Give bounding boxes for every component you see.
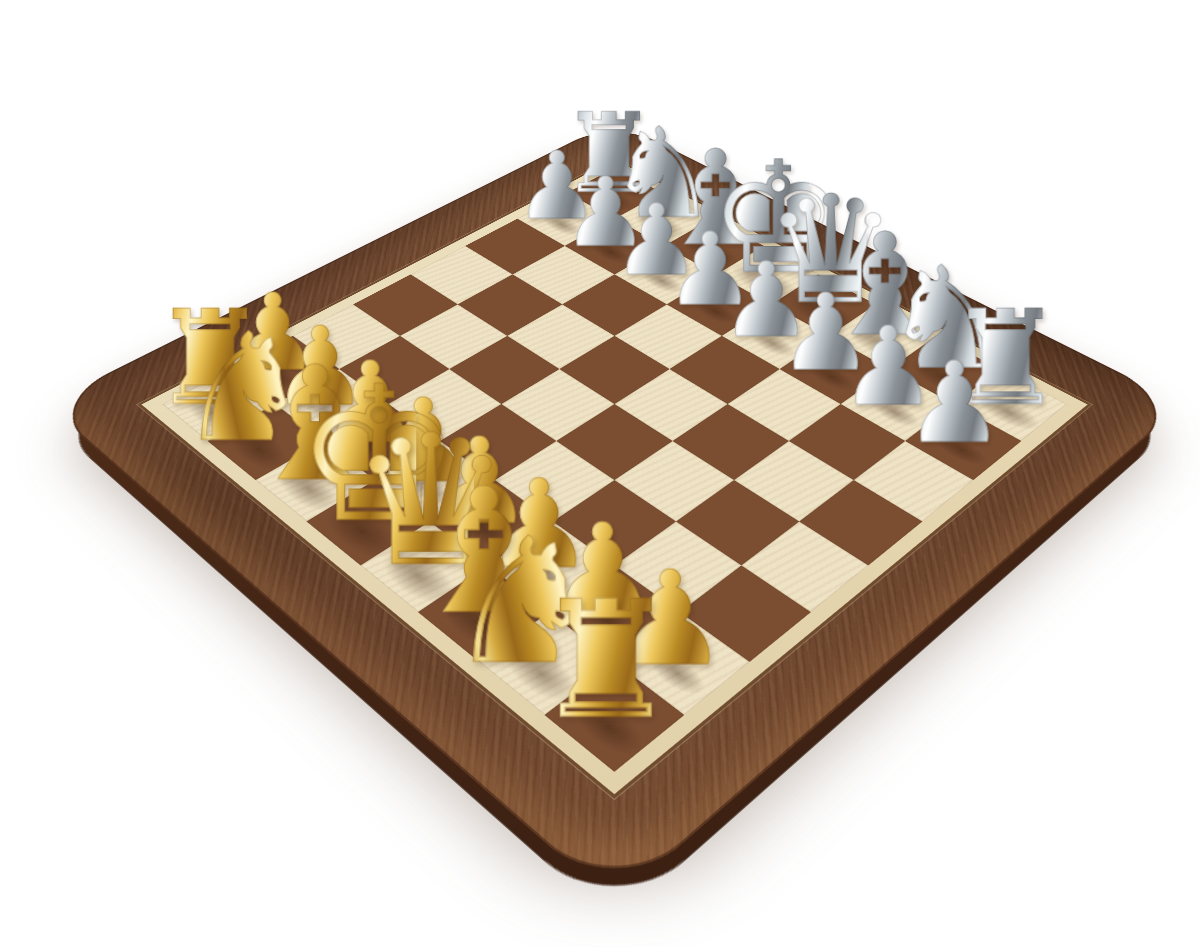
product-photo: ♜♟♞♟♝♟♚♟♛♟♝♟♟♞♜♟♟♜♞♟♟♝♟♚♟♛♟♝♟♞♟♜	[0, 0, 1200, 947]
scene: ♜♟♞♟♝♟♚♟♛♟♝♟♟♞♜♟♟♜♞♟♟♝♟♚♟♛♟♝♟♞♟♜	[0, 0, 1200, 947]
piece-white-rook-a1: ♜	[534, 595, 671, 724]
piece-black-pawn-a7: ♟	[898, 358, 1012, 447]
chess-board: ♜♟♞♟♝♟♚♟♛♟♝♟♟♞♜♟♟♜♞♟♟♝♟♚♟♛♟♝♟♞♟♜	[45, 121, 1183, 904]
gold-rook-icon: ♜	[534, 595, 671, 724]
silver-pawn-icon: ♟	[898, 358, 1012, 447]
